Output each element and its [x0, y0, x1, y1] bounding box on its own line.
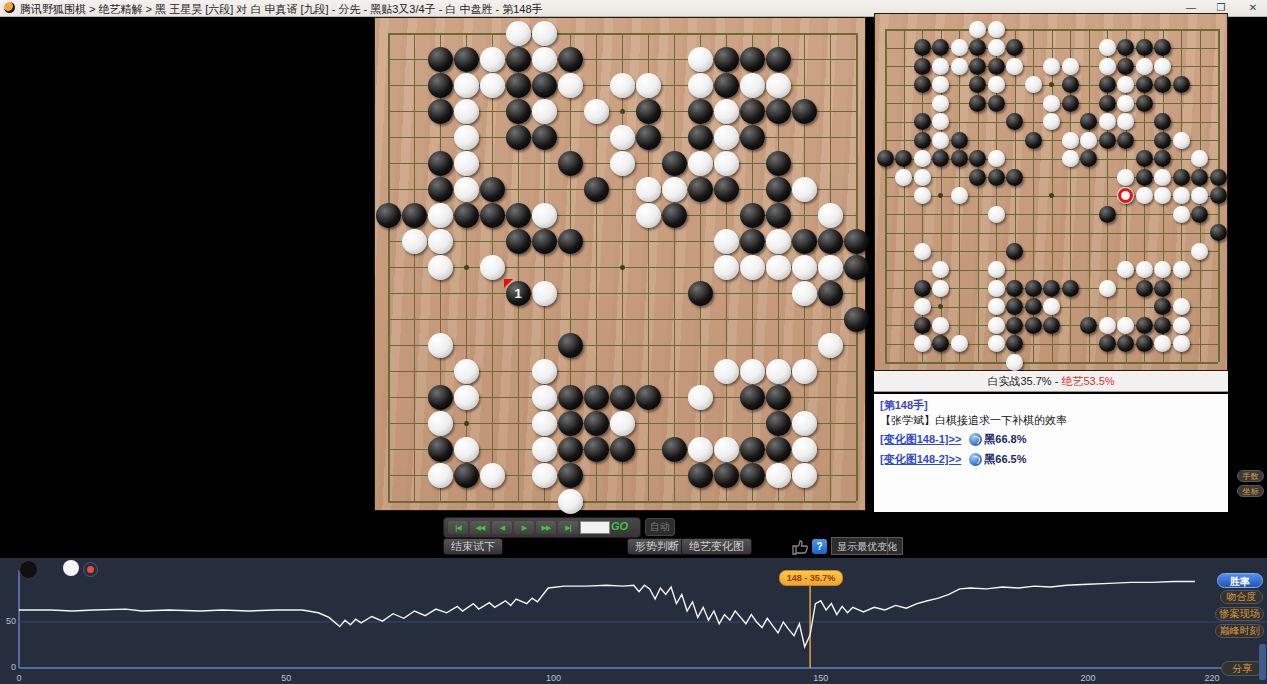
go-stone-black [1136, 280, 1153, 297]
go-stone-black [914, 132, 931, 149]
go-stone-black [1136, 169, 1153, 186]
go-stone-white [1043, 95, 1060, 112]
best-variation-dropdown[interactable]: 显示最优变化 ∨ [831, 537, 903, 555]
go-stone-black [688, 125, 713, 150]
grid-line [388, 345, 856, 346]
info-panel: [第148手] 【张学斌】白棋接追求一下补棋的效率 [变化图148-1]>>黑6… [874, 394, 1228, 512]
minimize-button[interactable]: — [1180, 1, 1202, 14]
go-stone-white [714, 359, 739, 384]
go-stone-white [454, 99, 479, 124]
y-axis-label-0: 0 [3, 662, 16, 672]
go-stone-black [792, 99, 817, 124]
go-stone-white [1099, 113, 1116, 130]
go-stone-black [506, 99, 531, 124]
go-stone-white [932, 95, 949, 112]
go-stone-white [1117, 113, 1134, 130]
peak-moment-button[interactable]: 巅峰时刻 [1215, 624, 1264, 638]
go-stone-black [1191, 206, 1208, 223]
go-stone-black [1136, 317, 1153, 334]
go-stone-white [914, 335, 931, 352]
go-stone-white [688, 385, 713, 410]
go-stone-black [1062, 95, 1079, 112]
star-point [464, 265, 469, 270]
go-stone-black [766, 151, 791, 176]
go-stone-white [610, 151, 635, 176]
go-stone-black [1006, 169, 1023, 186]
ai-swirl-icon [969, 453, 982, 466]
go-stone-white [1154, 335, 1171, 352]
go-stone-black [1154, 280, 1171, 297]
go-stone-black [914, 113, 931, 130]
go-stone-white [740, 255, 765, 280]
variation-value-2: 黑66.5% [984, 453, 1026, 465]
x-axis-label: 0 [16, 673, 21, 683]
grid-line [885, 233, 1218, 234]
last-move-marker-icon [1118, 188, 1133, 203]
go-stone-white [636, 73, 661, 98]
go-stone-black [636, 385, 661, 410]
go-stone-white [1173, 187, 1190, 204]
fast-forward-button[interactable]: ▶▶ [536, 521, 556, 534]
situation-judge-button[interactable]: 形势判断 [627, 538, 687, 555]
go-stone-white [1025, 76, 1042, 93]
go-stone-black [1080, 150, 1097, 167]
go-stone-black [688, 99, 713, 124]
go-stone-black [740, 437, 765, 462]
legend-white-filled-toggle[interactable] [63, 560, 79, 576]
go-stone-black [1006, 39, 1023, 56]
go-button[interactable]: GO [611, 520, 628, 532]
go-stone-white [1099, 280, 1116, 297]
go-stone-white [988, 21, 1005, 38]
go-stone-black [1025, 317, 1042, 334]
go-stone-white [454, 125, 479, 150]
go-stone-white [951, 39, 968, 56]
grid-line [674, 33, 675, 501]
ai-variation-button[interactable]: 绝艺变化图 [681, 538, 752, 555]
go-stone-white [766, 359, 791, 384]
go-stone-white [454, 437, 479, 462]
go-stone-white [532, 47, 557, 72]
go-stone-black [1006, 280, 1023, 297]
go-stone-white [1062, 132, 1079, 149]
go-stone-black [532, 125, 557, 150]
winrate-line [19, 582, 1195, 647]
back-button[interactable]: ◀ [492, 521, 512, 534]
star-point [1049, 193, 1054, 198]
go-stone-white [951, 335, 968, 352]
go-stone-white [532, 21, 557, 46]
go-stone-black [1062, 280, 1079, 297]
go-stone-black [428, 151, 453, 176]
go-stone-black [1154, 317, 1171, 334]
go-stone-white [454, 151, 479, 176]
go-stone-white [480, 255, 505, 280]
go-stone-white [1136, 261, 1153, 278]
coords-toggle-button[interactable]: 坐标 [1237, 485, 1264, 497]
go-stone-black [584, 411, 609, 436]
go-stone-black [688, 177, 713, 202]
go-stone-black [454, 47, 479, 72]
go-stone-white [932, 280, 949, 297]
go-stone-white [766, 463, 791, 488]
move-number-input[interactable] [580, 521, 610, 534]
go-stone-black [1099, 76, 1116, 93]
go-stone-black [932, 150, 949, 167]
go-stone-black [1117, 58, 1134, 75]
go-stone-black [1136, 76, 1153, 93]
go-stone-white [1154, 58, 1171, 75]
commentator-note: 【张学斌】白棋接追求一下补棋的效率 [880, 413, 1067, 428]
go-stone-black [988, 95, 1005, 112]
go-stone-white [428, 411, 453, 436]
go-stone-white [932, 113, 949, 130]
go-stone-white [988, 150, 1005, 167]
go-stone-black [914, 58, 931, 75]
go-stone-black [1062, 76, 1079, 93]
star-point [620, 109, 625, 114]
go-stone-black [1154, 132, 1171, 149]
legend-black-filled-toggle[interactable] [19, 560, 38, 579]
go-stone-white [988, 280, 1005, 297]
go-stone-white [1006, 354, 1023, 371]
go-stone-white [610, 73, 635, 98]
go-stone-black [558, 333, 583, 358]
go-stone-white [818, 203, 843, 228]
go-stone-black [766, 177, 791, 202]
go-stone-black [766, 203, 791, 228]
go-stone-black [1136, 150, 1153, 167]
go-stone-black [1136, 335, 1153, 352]
end-trial-button[interactable]: 结束试下 [443, 538, 503, 555]
go-stone-white [662, 177, 687, 202]
go-stone-white [914, 298, 931, 315]
go-stone-white [506, 21, 531, 46]
go-stone-black [1117, 39, 1134, 56]
x-axis-label: 100 [546, 673, 561, 683]
go-stone-black [714, 463, 739, 488]
go-stone-white [1099, 58, 1116, 75]
go-stone-black [740, 47, 765, 72]
go-stone-white [1191, 243, 1208, 260]
go-stone-black [1043, 280, 1060, 297]
go-stone-black [1006, 335, 1023, 352]
go-stone-white [532, 411, 557, 436]
go-stone-black [792, 229, 817, 254]
x-axis-label: 50 [281, 673, 291, 683]
star-point [620, 265, 625, 270]
go-stone-white [914, 150, 931, 167]
win-rate-button[interactable]: 胜率 [1217, 573, 1263, 588]
go-stone-black [610, 385, 635, 410]
go-stone-white [584, 99, 609, 124]
go-stone-white [792, 281, 817, 306]
last-move-button[interactable]: ▶| [558, 521, 578, 534]
disaster-scene-button[interactable]: 惨案现场 [1215, 607, 1264, 621]
go-stone-black [428, 437, 453, 462]
go-stone-black [969, 150, 986, 167]
go-stone-black [506, 47, 531, 72]
go-stone-white [792, 437, 817, 462]
app-icon [4, 2, 15, 13]
go-stone-black [1006, 113, 1023, 130]
go-stone-black [376, 203, 401, 228]
variation-row-1: [变化图148-1]>>黑66.8% [880, 432, 1027, 447]
go-stone-white [558, 73, 583, 98]
winrate-graph[interactable] [0, 558, 1267, 684]
go-stone-black [895, 150, 912, 167]
go-stone-white [688, 151, 713, 176]
thumbs-up-icon[interactable] [791, 539, 809, 559]
go-stone-white [714, 99, 739, 124]
x-axis-label: 220 [1204, 673, 1219, 683]
go-stone-white [688, 73, 713, 98]
go-stone-white [1173, 298, 1190, 315]
window-title: 腾讯野狐围棋 > 绝艺精解 > 黑 王星昊 [六段] 对 白 申真谞 [九段] … [20, 2, 543, 17]
go-stone-white [1062, 58, 1079, 75]
go-stone-black [480, 177, 505, 202]
go-stone-white [1173, 317, 1190, 334]
go-stone-white [1117, 76, 1134, 93]
y-axis-label-50: 50 [3, 616, 16, 626]
go-stone-white [1154, 169, 1171, 186]
go-stone-black [714, 177, 739, 202]
go-stone-black [914, 76, 931, 93]
go-stone-black [818, 229, 843, 254]
go-stone-white [1099, 39, 1116, 56]
go-stone-black [914, 280, 931, 297]
go-stone-white [532, 281, 557, 306]
go-stone-white [1006, 58, 1023, 75]
go-stone-white [932, 76, 949, 93]
go-stone-black [506, 203, 531, 228]
go-stone-black [558, 151, 583, 176]
go-stone-white [792, 359, 817, 384]
go-stone-white [714, 229, 739, 254]
go-stone-black [402, 203, 427, 228]
go-stone-black [1173, 169, 1190, 186]
help-icon[interactable]: ? [812, 539, 827, 554]
go-stone-black [1154, 39, 1171, 56]
go-stone-black [506, 229, 531, 254]
go-stone-white [610, 411, 635, 436]
go-stone-white [532, 437, 557, 462]
go-stone-white [932, 317, 949, 334]
winrate-graph-panel: 50 0 050100150200220 [0, 558, 1267, 684]
go-stone-black [988, 169, 1005, 186]
go-stone-black [1080, 317, 1097, 334]
go-stone-black [1191, 169, 1208, 186]
forward-button[interactable]: ▶ [514, 521, 534, 534]
go-stone-white [454, 177, 479, 202]
legend-black-outline-toggle[interactable] [41, 562, 54, 575]
go-stone-white [1117, 261, 1134, 278]
go-stone-white [988, 317, 1005, 334]
auto-button[interactable]: 自动 [645, 518, 675, 536]
go-stone-white [1136, 187, 1153, 204]
go-stone-black [662, 437, 687, 462]
variation-link-1[interactable]: [变化图148-1]>> [880, 433, 961, 445]
go-stone-black [969, 76, 986, 93]
share-button[interactable]: 分享 [1221, 661, 1263, 676]
go-stone-white [1191, 150, 1208, 167]
go-stone-black [610, 437, 635, 462]
go-stone-black [714, 47, 739, 72]
go-stone-black [766, 437, 791, 462]
go-stone-white [454, 385, 479, 410]
go-stone-white [428, 255, 453, 280]
go-stone-black [1043, 317, 1060, 334]
go-stone-black [914, 39, 931, 56]
go-stone-white [988, 298, 1005, 315]
go-stone-black [428, 47, 453, 72]
go-stone-black [558, 385, 583, 410]
go-stone-white [818, 333, 843, 358]
variation-row-2: [变化图148-2]>>黑66.5% [880, 452, 1027, 467]
go-stone-white [951, 187, 968, 204]
go-stone-black [428, 385, 453, 410]
grid-line [885, 214, 1218, 215]
go-stone-white [951, 58, 968, 75]
go-stone-black [1154, 113, 1171, 130]
go-stone-black [1210, 169, 1227, 186]
go-stone-white [688, 437, 713, 462]
move-header: [第148手] [880, 398, 928, 413]
go-stone-black [740, 385, 765, 410]
trial-stone: 1 [506, 281, 531, 306]
legend-red-dot-toggle[interactable] [83, 562, 98, 577]
go-stone-black [558, 47, 583, 72]
go-stone-white [766, 255, 791, 280]
grid-line [388, 501, 856, 503]
go-stone-black [558, 437, 583, 462]
star-point [938, 304, 943, 309]
go-stone-black [844, 307, 869, 332]
go-stone-black [1136, 39, 1153, 56]
go-stone-black [584, 177, 609, 202]
go-stone-black [584, 437, 609, 462]
go-stone-white [714, 151, 739, 176]
go-stone-black [844, 255, 869, 280]
go-stone-white [532, 463, 557, 488]
go-stone-black [1154, 298, 1171, 315]
go-stone-white [480, 47, 505, 72]
go-stone-white [532, 385, 557, 410]
go-stone-black [1099, 335, 1116, 352]
go-stone-black [1117, 335, 1134, 352]
grid-line [885, 251, 1218, 252]
fast-back-button[interactable]: ◀◀ [470, 521, 490, 534]
go-stone-white [1154, 261, 1171, 278]
go-stone-white [932, 261, 949, 278]
variation-link-2[interactable]: [变化图148-2]>> [880, 453, 961, 465]
go-stone-black [877, 150, 894, 167]
chevron-down-icon: ∨ [887, 538, 902, 554]
go-stone-black [584, 385, 609, 410]
go-stone-white [714, 255, 739, 280]
go-stone-black [558, 411, 583, 436]
go-stone-black [714, 73, 739, 98]
go-stone-black [766, 411, 791, 436]
go-stone-white [532, 203, 557, 228]
main-board[interactable]: 1 [375, 18, 865, 510]
go-stone-black [914, 317, 931, 334]
go-stone-white [610, 125, 635, 150]
maximize-button[interactable]: ❐ [1210, 1, 1232, 14]
go-stone-black [688, 463, 713, 488]
go-stone-black [1025, 280, 1042, 297]
go-stone-black [1173, 76, 1190, 93]
go-stone-white [1062, 150, 1079, 167]
go-stone-white [988, 76, 1005, 93]
board-status: 白实战35.7% - 绝艺53.5% [874, 371, 1228, 392]
jueyi-winrate: 绝艺53.5% [1061, 375, 1114, 387]
red-dot-icon [87, 566, 94, 573]
go-stone-black [454, 203, 479, 228]
go-stone-black [662, 203, 687, 228]
go-stone-black [1025, 298, 1042, 315]
go-stone-black [532, 229, 557, 254]
go-stone-white [1136, 58, 1153, 75]
playback-bar: |◀ ◀◀ ◀ ▶ ▶▶ ▶| GO [443, 517, 641, 538]
graph-tooltip: 148 - 35.7% [779, 570, 843, 586]
close-button[interactable]: ✕ [1242, 1, 1264, 14]
go-stone-white [988, 39, 1005, 56]
moves-toggle-button[interactable]: 手数 [1237, 470, 1264, 482]
go-stone-black [428, 99, 453, 124]
go-stone-white [932, 132, 949, 149]
go-stone-white [1173, 335, 1190, 352]
match-rate-button[interactable]: 吻合度 [1220, 590, 1263, 604]
go-stone-white [988, 335, 1005, 352]
grid-line [388, 319, 856, 320]
go-stone-white [914, 243, 931, 260]
first-move-button[interactable]: |◀ [448, 521, 468, 534]
go-stone-black [740, 99, 765, 124]
go-stone-black [636, 99, 661, 124]
go-stone-black [558, 229, 583, 254]
go-stone-white [932, 58, 949, 75]
star-point [464, 421, 469, 426]
star-point [938, 193, 943, 198]
go-stone-white [636, 203, 661, 228]
go-stone-white [428, 229, 453, 254]
go-stone-white [454, 73, 479, 98]
analysis-board[interactable] [875, 14, 1227, 370]
go-stone-white [1191, 187, 1208, 204]
go-stone-black [454, 463, 479, 488]
go-stone-white [636, 177, 661, 202]
go-stone-white [818, 255, 843, 280]
scroll-handle[interactable] [1259, 644, 1266, 680]
go-stone-white [558, 489, 583, 514]
go-stone-black [480, 203, 505, 228]
go-stone-white [480, 463, 505, 488]
go-stone-white [428, 203, 453, 228]
go-stone-white [428, 333, 453, 358]
go-stone-black [1099, 132, 1116, 149]
go-stone-black [1154, 150, 1171, 167]
go-stone-white [714, 125, 739, 150]
go-stone-white [1043, 58, 1060, 75]
go-stone-white [1173, 132, 1190, 149]
go-stone-white [1117, 317, 1134, 334]
go-stone-black [1006, 317, 1023, 334]
go-stone-black [740, 229, 765, 254]
go-stone-white [1117, 95, 1134, 112]
go-stone-black [988, 58, 1005, 75]
go-stone-black [740, 203, 765, 228]
